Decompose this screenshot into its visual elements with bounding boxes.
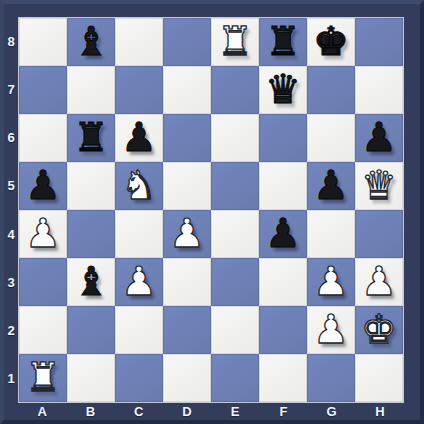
piece-white-pawn-g2[interactable]: ♟ bbox=[313, 309, 349, 349]
square-b3[interactable]: ♝ bbox=[67, 258, 115, 306]
rank-label-3: 3 bbox=[4, 258, 18, 306]
square-f3[interactable] bbox=[259, 258, 307, 306]
square-d7[interactable] bbox=[163, 66, 211, 114]
square-h2[interactable]: ♚ bbox=[355, 306, 403, 354]
square-c2[interactable] bbox=[115, 306, 163, 354]
square-a4[interactable]: ♟ bbox=[19, 210, 67, 258]
square-g6[interactable] bbox=[307, 114, 355, 162]
file-label-d: D bbox=[163, 403, 211, 420]
square-a2[interactable] bbox=[19, 306, 67, 354]
square-d1[interactable] bbox=[163, 354, 211, 402]
square-c1[interactable] bbox=[115, 354, 163, 402]
square-g5[interactable]: ♟ bbox=[307, 162, 355, 210]
rank-labels: 87654321 bbox=[4, 17, 18, 403]
square-g2[interactable]: ♟ bbox=[307, 306, 355, 354]
square-e7[interactable] bbox=[211, 66, 259, 114]
square-d2[interactable] bbox=[163, 306, 211, 354]
piece-black-pawn-f4[interactable]: ♟ bbox=[265, 213, 301, 253]
piece-black-king-g8[interactable]: ♚ bbox=[313, 21, 349, 61]
square-c5[interactable]: ♞ bbox=[115, 162, 163, 210]
square-d5[interactable] bbox=[163, 162, 211, 210]
piece-black-queen-f7[interactable]: ♛ bbox=[265, 69, 301, 109]
square-b5[interactable] bbox=[67, 162, 115, 210]
square-e5[interactable] bbox=[211, 162, 259, 210]
square-b4[interactable] bbox=[67, 210, 115, 258]
square-h5[interactable]: ♛ bbox=[355, 162, 403, 210]
piece-white-queen-h5[interactable]: ♛ bbox=[361, 165, 397, 205]
square-f2[interactable] bbox=[259, 306, 307, 354]
square-f5[interactable] bbox=[259, 162, 307, 210]
square-g7[interactable] bbox=[307, 66, 355, 114]
square-f1[interactable] bbox=[259, 354, 307, 402]
square-h4[interactable] bbox=[355, 210, 403, 258]
piece-white-pawn-d4[interactable]: ♟ bbox=[169, 213, 205, 253]
rank-label-5: 5 bbox=[4, 162, 18, 210]
piece-black-pawn-a5[interactable]: ♟ bbox=[25, 165, 61, 205]
square-a8[interactable] bbox=[19, 18, 67, 66]
rank-label-8: 8 bbox=[4, 17, 18, 65]
file-label-h: H bbox=[356, 403, 404, 420]
piece-black-rook-f8[interactable]: ♜ bbox=[265, 21, 301, 61]
rank-label-2: 2 bbox=[4, 307, 18, 355]
square-e4[interactable] bbox=[211, 210, 259, 258]
square-f6[interactable] bbox=[259, 114, 307, 162]
square-g8[interactable]: ♚ bbox=[307, 18, 355, 66]
square-d3[interactable] bbox=[163, 258, 211, 306]
square-g3[interactable]: ♟ bbox=[307, 258, 355, 306]
piece-white-king-h2[interactable]: ♚ bbox=[361, 309, 397, 349]
square-b6[interactable]: ♜ bbox=[67, 114, 115, 162]
piece-white-pawn-a4[interactable]: ♟ bbox=[25, 213, 61, 253]
rank-label-6: 6 bbox=[4, 114, 18, 162]
square-h7[interactable] bbox=[355, 66, 403, 114]
square-a3[interactable] bbox=[19, 258, 67, 306]
square-h1[interactable] bbox=[355, 354, 403, 402]
board-frame: 87654321 ♝♜♜♚♛♜♟♟♟♞♟♛♟♟♟♝♟♟♟♟♚♜ ABCDEFGH bbox=[0, 0, 424, 424]
piece-white-knight-c5[interactable]: ♞ bbox=[121, 165, 157, 205]
piece-black-bishop-b3[interactable]: ♝ bbox=[73, 261, 109, 301]
square-e8[interactable]: ♜ bbox=[211, 18, 259, 66]
square-f8[interactable]: ♜ bbox=[259, 18, 307, 66]
square-a7[interactable] bbox=[19, 66, 67, 114]
piece-black-rook-b6[interactable]: ♜ bbox=[73, 117, 109, 157]
piece-white-pawn-g3[interactable]: ♟ bbox=[313, 261, 349, 301]
file-label-c: C bbox=[115, 403, 163, 420]
piece-white-pawn-h3[interactable]: ♟ bbox=[361, 261, 397, 301]
square-b8[interactable]: ♝ bbox=[67, 18, 115, 66]
square-c7[interactable] bbox=[115, 66, 163, 114]
file-label-f: F bbox=[259, 403, 307, 420]
file-label-a: A bbox=[18, 403, 66, 420]
piece-white-rook-a1[interactable]: ♜ bbox=[25, 357, 61, 397]
square-h8[interactable] bbox=[355, 18, 403, 66]
square-d8[interactable] bbox=[163, 18, 211, 66]
square-e2[interactable] bbox=[211, 306, 259, 354]
square-e3[interactable] bbox=[211, 258, 259, 306]
file-label-g: G bbox=[308, 403, 356, 420]
chess-board: ♝♜♜♚♛♜♟♟♟♞♟♛♟♟♟♝♟♟♟♟♚♜ bbox=[18, 17, 404, 403]
square-a1[interactable]: ♜ bbox=[19, 354, 67, 402]
piece-black-bishop-b8[interactable]: ♝ bbox=[73, 21, 109, 61]
rank-label-7: 7 bbox=[4, 65, 18, 113]
piece-black-pawn-g5[interactable]: ♟ bbox=[313, 165, 349, 205]
file-labels: ABCDEFGH bbox=[18, 403, 404, 420]
square-f7[interactable]: ♛ bbox=[259, 66, 307, 114]
square-c3[interactable]: ♟ bbox=[115, 258, 163, 306]
square-a6[interactable] bbox=[19, 114, 67, 162]
square-c4[interactable] bbox=[115, 210, 163, 258]
square-g1[interactable] bbox=[307, 354, 355, 402]
square-c8[interactable] bbox=[115, 18, 163, 66]
square-e6[interactable] bbox=[211, 114, 259, 162]
square-b2[interactable] bbox=[67, 306, 115, 354]
piece-black-pawn-c6[interactable]: ♟ bbox=[121, 117, 157, 157]
square-b7[interactable] bbox=[67, 66, 115, 114]
square-c6[interactable]: ♟ bbox=[115, 114, 163, 162]
piece-white-rook-e8[interactable]: ♜ bbox=[217, 21, 253, 61]
piece-white-pawn-c3[interactable]: ♟ bbox=[121, 261, 157, 301]
file-label-e: E bbox=[211, 403, 259, 420]
square-b1[interactable] bbox=[67, 354, 115, 402]
square-f4[interactable]: ♟ bbox=[259, 210, 307, 258]
square-e1[interactable] bbox=[211, 354, 259, 402]
square-d6[interactable] bbox=[163, 114, 211, 162]
square-h6[interactable]: ♟ bbox=[355, 114, 403, 162]
square-d4[interactable]: ♟ bbox=[163, 210, 211, 258]
rank-label-4: 4 bbox=[4, 210, 18, 258]
square-h3[interactable]: ♟ bbox=[355, 258, 403, 306]
rank-label-1: 1 bbox=[4, 355, 18, 403]
square-g4[interactable] bbox=[307, 210, 355, 258]
piece-black-pawn-h6[interactable]: ♟ bbox=[361, 117, 397, 157]
square-a5[interactable]: ♟ bbox=[19, 162, 67, 210]
file-label-b: B bbox=[66, 403, 114, 420]
